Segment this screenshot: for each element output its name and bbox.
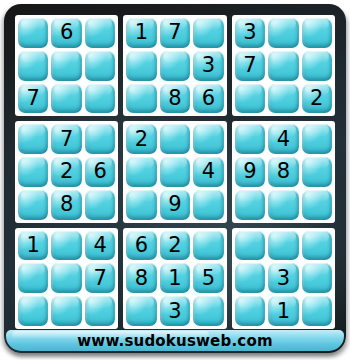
footer-bar: www.sudokusweb.com bbox=[6, 330, 344, 351]
cell-r1c9[interactable] bbox=[302, 18, 332, 48]
cell-r7c5[interactable]: 2 bbox=[160, 231, 190, 261]
cell-r2c5[interactable] bbox=[160, 51, 190, 81]
cell-r8c9[interactable] bbox=[302, 263, 332, 293]
given-digit: 7 bbox=[168, 22, 181, 43]
given-digit: 8 bbox=[135, 268, 148, 289]
cell-r9c5[interactable]: 3 bbox=[160, 296, 190, 326]
given-digit: 3 bbox=[168, 301, 181, 322]
website-link[interactable]: www.sudokusweb.com bbox=[77, 332, 272, 350]
cell-r1c6[interactable] bbox=[193, 18, 223, 48]
cell-r9c2[interactable] bbox=[51, 296, 81, 326]
cell-r8c1[interactable] bbox=[18, 263, 48, 293]
cell-r6c6[interactable] bbox=[193, 190, 223, 220]
sudoku-box-2-1: 7268 bbox=[15, 121, 118, 222]
cell-r1c8[interactable] bbox=[268, 18, 298, 48]
given-digit: 4 bbox=[202, 161, 215, 182]
cell-r6c3[interactable] bbox=[85, 190, 115, 220]
cell-r4c8[interactable]: 4 bbox=[268, 124, 298, 154]
sudoku-box-1-3: 372 bbox=[232, 15, 335, 116]
cell-r9c8[interactable]: 1 bbox=[268, 296, 298, 326]
cell-r2c3[interactable] bbox=[85, 51, 115, 81]
given-digit: 8 bbox=[60, 194, 73, 215]
sudoku-box-1-1: 67 bbox=[15, 15, 118, 116]
sudoku-board: 6717386372726824949814762815331 bbox=[15, 15, 335, 329]
cell-r1c2[interactable]: 6 bbox=[51, 18, 81, 48]
cell-r3c9[interactable]: 2 bbox=[302, 84, 332, 114]
given-digit: 2 bbox=[168, 235, 181, 256]
given-digit: 7 bbox=[60, 129, 73, 150]
cell-r5c3[interactable]: 6 bbox=[85, 157, 115, 187]
cell-r5c9[interactable] bbox=[302, 157, 332, 187]
cell-r7c8[interactable] bbox=[268, 231, 298, 261]
cell-r9c7[interactable] bbox=[235, 296, 265, 326]
given-digit: 6 bbox=[93, 161, 106, 182]
cell-r6c4[interactable] bbox=[126, 190, 156, 220]
cell-r2c9[interactable] bbox=[302, 51, 332, 81]
given-digit: 2 bbox=[310, 88, 323, 109]
cell-r7c7[interactable] bbox=[235, 231, 265, 261]
cell-r8c4[interactable]: 8 bbox=[126, 263, 156, 293]
cell-r6c1[interactable] bbox=[18, 190, 48, 220]
cell-r6c5[interactable]: 9 bbox=[160, 190, 190, 220]
cell-r8c3[interactable]: 7 bbox=[85, 263, 115, 293]
cell-r6c8[interactable] bbox=[268, 190, 298, 220]
sudoku-box-3-3: 31 bbox=[232, 228, 335, 329]
cell-r4c5[interactable] bbox=[160, 124, 190, 154]
cell-r6c2[interactable]: 8 bbox=[51, 190, 81, 220]
sudoku-box-3-2: 628153 bbox=[123, 228, 226, 329]
cell-r8c2[interactable] bbox=[51, 263, 81, 293]
cell-r9c9[interactable] bbox=[302, 296, 332, 326]
cell-r5c8[interactable]: 8 bbox=[268, 157, 298, 187]
cell-r5c7[interactable]: 9 bbox=[235, 157, 265, 187]
cell-r4c3[interactable] bbox=[85, 124, 115, 154]
cell-r4c4[interactable]: 2 bbox=[126, 124, 156, 154]
cell-r2c8[interactable] bbox=[268, 51, 298, 81]
cell-r5c2[interactable]: 2 bbox=[51, 157, 81, 187]
given-digit: 3 bbox=[202, 55, 215, 76]
sudoku-box-2-2: 249 bbox=[123, 121, 226, 222]
cell-r8c6[interactable]: 5 bbox=[193, 263, 223, 293]
cell-r6c7[interactable] bbox=[235, 190, 265, 220]
cell-r2c2[interactable] bbox=[51, 51, 81, 81]
cell-r3c8[interactable] bbox=[268, 84, 298, 114]
cell-r9c1[interactable] bbox=[18, 296, 48, 326]
cell-r2c6[interactable]: 3 bbox=[193, 51, 223, 81]
sudoku-box-1-2: 17386 bbox=[123, 15, 226, 116]
cell-r3c7[interactable] bbox=[235, 84, 265, 114]
cell-r3c5[interactable]: 8 bbox=[160, 84, 190, 114]
given-digit: 8 bbox=[277, 161, 290, 182]
cell-r3c1[interactable]: 7 bbox=[18, 84, 48, 114]
cell-r2c1[interactable] bbox=[18, 51, 48, 81]
board-frame: 6717386372726824949814762815331 www.sudo… bbox=[4, 4, 346, 353]
given-digit: 1 bbox=[27, 235, 40, 256]
cell-r8c8[interactable]: 3 bbox=[268, 263, 298, 293]
given-digit: 4 bbox=[93, 235, 106, 256]
cell-r7c1[interactable]: 1 bbox=[18, 231, 48, 261]
cell-r3c6[interactable]: 6 bbox=[193, 84, 223, 114]
cell-r4c1[interactable] bbox=[18, 124, 48, 154]
cell-r7c4[interactable]: 6 bbox=[126, 231, 156, 261]
cell-r5c4[interactable] bbox=[126, 157, 156, 187]
given-digit: 2 bbox=[60, 161, 73, 182]
sudoku-box-3-1: 147 bbox=[15, 228, 118, 329]
given-digit: 5 bbox=[202, 268, 215, 289]
cell-r5c6[interactable]: 4 bbox=[193, 157, 223, 187]
cell-r2c4[interactable] bbox=[126, 51, 156, 81]
cell-r2c7[interactable]: 7 bbox=[235, 51, 265, 81]
cell-r1c1[interactable] bbox=[18, 18, 48, 48]
cell-r7c9[interactable] bbox=[302, 231, 332, 261]
cell-r1c7[interactable]: 3 bbox=[235, 18, 265, 48]
given-digit: 9 bbox=[243, 161, 256, 182]
cell-r8c7[interactable] bbox=[235, 263, 265, 293]
cell-r3c4[interactable] bbox=[126, 84, 156, 114]
given-digit: 1 bbox=[168, 268, 181, 289]
given-digit: 6 bbox=[202, 88, 215, 109]
cell-r4c6[interactable] bbox=[193, 124, 223, 154]
cell-r9c3[interactable] bbox=[85, 296, 115, 326]
cell-r7c3[interactable]: 4 bbox=[85, 231, 115, 261]
given-digit: 7 bbox=[27, 88, 40, 109]
given-digit: 1 bbox=[277, 301, 290, 322]
cell-r1c3[interactable] bbox=[85, 18, 115, 48]
given-digit: 7 bbox=[243, 55, 256, 76]
cell-r6c9[interactable] bbox=[302, 190, 332, 220]
cell-r7c2[interactable] bbox=[51, 231, 81, 261]
cell-r5c1[interactable] bbox=[18, 157, 48, 187]
given-digit: 2 bbox=[135, 129, 148, 150]
cell-r1c4[interactable]: 1 bbox=[126, 18, 156, 48]
cell-r3c3[interactable] bbox=[85, 84, 115, 114]
given-digit: 7 bbox=[93, 268, 106, 289]
given-digit: 3 bbox=[243, 22, 256, 43]
given-digit: 6 bbox=[135, 235, 148, 256]
given-digit: 9 bbox=[168, 194, 181, 215]
given-digit: 4 bbox=[277, 129, 290, 150]
cell-r3c2[interactable] bbox=[51, 84, 81, 114]
given-digit: 3 bbox=[277, 268, 290, 289]
sudoku-page: 6717386372726824949814762815331 www.sudo… bbox=[0, 0, 350, 360]
cell-r8c5[interactable]: 1 bbox=[160, 263, 190, 293]
cell-r9c6[interactable] bbox=[193, 296, 223, 326]
cell-r4c2[interactable]: 7 bbox=[51, 124, 81, 154]
given-digit: 6 bbox=[60, 22, 73, 43]
cell-r1c5[interactable]: 7 bbox=[160, 18, 190, 48]
sudoku-box-2-3: 498 bbox=[232, 121, 335, 222]
cell-r4c9[interactable] bbox=[302, 124, 332, 154]
cell-r5c5[interactable] bbox=[160, 157, 190, 187]
cell-r7c6[interactable] bbox=[193, 231, 223, 261]
cell-r9c4[interactable] bbox=[126, 296, 156, 326]
given-digit: 1 bbox=[135, 22, 148, 43]
cell-r4c7[interactable] bbox=[235, 124, 265, 154]
given-digit: 8 bbox=[168, 88, 181, 109]
